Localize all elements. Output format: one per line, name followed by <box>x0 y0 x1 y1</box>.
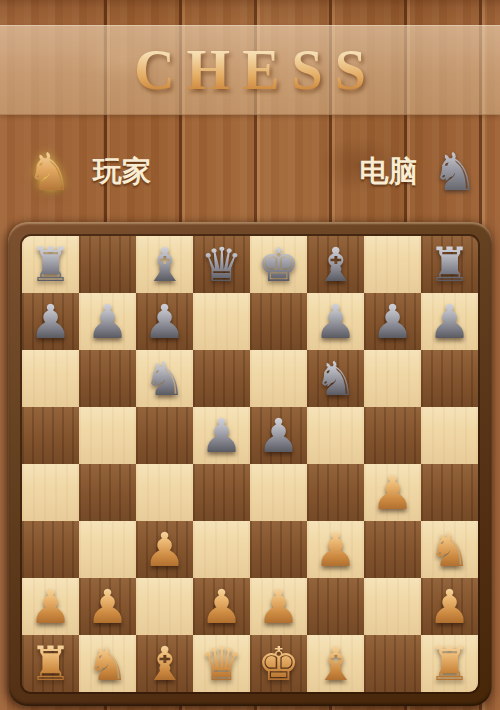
player-black-name: 电脑 <box>359 152 417 192</box>
square-g7[interactable]: ♟ <box>364 293 421 350</box>
square-e3[interactable] <box>250 521 307 578</box>
silver-knight-icon: ♞ <box>431 138 478 206</box>
square-d6[interactable] <box>193 350 250 407</box>
piece-white-pawn[interactable]: ♟ <box>143 521 185 578</box>
piece-white-king[interactable]: ♚ <box>257 635 299 692</box>
square-c4[interactable] <box>136 464 193 521</box>
piece-black-pawn[interactable]: ♟ <box>428 293 470 350</box>
piece-white-pawn[interactable]: ♟ <box>371 464 413 521</box>
square-e1[interactable]: ♚ <box>250 635 307 692</box>
square-h4[interactable] <box>421 464 478 521</box>
piece-black-knight[interactable]: ♞ <box>143 350 185 407</box>
gold-knight-icon: ♞ <box>26 138 73 206</box>
square-f5[interactable] <box>307 407 364 464</box>
square-h2[interactable]: ♟ <box>421 578 478 635</box>
square-g8[interactable] <box>364 236 421 293</box>
piece-black-rook[interactable]: ♜ <box>29 236 71 293</box>
square-a3[interactable] <box>22 521 79 578</box>
square-e7[interactable] <box>250 293 307 350</box>
piece-white-pawn[interactable]: ♟ <box>86 578 128 635</box>
square-b3[interactable] <box>79 521 136 578</box>
square-h5[interactable] <box>421 407 478 464</box>
square-g6[interactable] <box>364 350 421 407</box>
square-c1[interactable]: ♝ <box>136 635 193 692</box>
square-e2[interactable]: ♟ <box>250 578 307 635</box>
piece-black-pawn[interactable]: ♟ <box>86 293 128 350</box>
piece-black-pawn[interactable]: ♟ <box>314 293 356 350</box>
square-c6[interactable]: ♞ <box>136 350 193 407</box>
app-title: CHESS <box>122 38 378 102</box>
piece-black-king[interactable]: ♚ <box>257 236 299 293</box>
square-g5[interactable] <box>364 407 421 464</box>
square-f6[interactable]: ♞ <box>307 350 364 407</box>
square-b1[interactable]: ♞ <box>79 635 136 692</box>
players-bar: ♞ 玩家 电脑 ♞ <box>0 138 500 206</box>
square-g1[interactable] <box>364 635 421 692</box>
square-f7[interactable]: ♟ <box>307 293 364 350</box>
piece-black-bishop[interactable]: ♝ <box>143 236 185 293</box>
square-g3[interactable] <box>364 521 421 578</box>
piece-white-pawn[interactable]: ♟ <box>428 578 470 635</box>
square-a2[interactable]: ♟ <box>22 578 79 635</box>
piece-white-knight[interactable]: ♞ <box>428 521 470 578</box>
square-d8[interactable]: ♛ <box>193 236 250 293</box>
square-h7[interactable]: ♟ <box>421 293 478 350</box>
square-h1[interactable]: ♜ <box>421 635 478 692</box>
square-a4[interactable] <box>22 464 79 521</box>
piece-black-pawn[interactable]: ♟ <box>200 407 242 464</box>
piece-white-bishop[interactable]: ♝ <box>143 635 185 692</box>
square-g2[interactable] <box>364 578 421 635</box>
piece-black-pawn[interactable]: ♟ <box>257 407 299 464</box>
square-b4[interactable] <box>79 464 136 521</box>
square-f1[interactable]: ♝ <box>307 635 364 692</box>
piece-white-queen[interactable]: ♛ <box>200 635 242 692</box>
square-h6[interactable] <box>421 350 478 407</box>
square-c2[interactable] <box>136 578 193 635</box>
square-a6[interactable] <box>22 350 79 407</box>
piece-white-bishop[interactable]: ♝ <box>314 635 356 692</box>
square-e8[interactable]: ♚ <box>250 236 307 293</box>
square-a1[interactable]: ♜ <box>22 635 79 692</box>
piece-white-pawn[interactable]: ♟ <box>257 578 299 635</box>
piece-black-pawn[interactable]: ♟ <box>143 293 185 350</box>
square-c7[interactable]: ♟ <box>136 293 193 350</box>
piece-white-pawn[interactable]: ♟ <box>29 578 71 635</box>
square-e4[interactable] <box>250 464 307 521</box>
board-frame: ♜♝♛♚♝♜♟♟♟♟♟♟♞♞♟♟♟♟♟♞♟♟♟♟♟♜♞♝♛♚♝♜ <box>8 222 492 706</box>
player-black: 电脑 ♞ <box>359 138 478 206</box>
square-c5[interactable] <box>136 407 193 464</box>
square-d3[interactable] <box>193 521 250 578</box>
square-d1[interactable]: ♛ <box>193 635 250 692</box>
square-a7[interactable]: ♟ <box>22 293 79 350</box>
square-b7[interactable]: ♟ <box>79 293 136 350</box>
title-banner: CHESS <box>0 25 500 115</box>
piece-black-pawn[interactable]: ♟ <box>29 293 71 350</box>
chess-board: ♜♝♛♚♝♜♟♟♟♟♟♟♞♞♟♟♟♟♟♞♟♟♟♟♟♜♞♝♛♚♝♜ <box>22 236 478 692</box>
piece-white-pawn[interactable]: ♟ <box>200 578 242 635</box>
square-a8[interactable]: ♜ <box>22 236 79 293</box>
square-d2[interactable]: ♟ <box>193 578 250 635</box>
square-f3[interactable]: ♟ <box>307 521 364 578</box>
square-b2[interactable]: ♟ <box>79 578 136 635</box>
square-h8[interactable]: ♜ <box>421 236 478 293</box>
square-d7[interactable] <box>193 293 250 350</box>
square-c3[interactable]: ♟ <box>136 521 193 578</box>
square-f2[interactable] <box>307 578 364 635</box>
piece-white-rook[interactable]: ♜ <box>428 635 470 692</box>
square-f8[interactable]: ♝ <box>307 236 364 293</box>
piece-white-pawn[interactable]: ♟ <box>314 521 356 578</box>
square-b8[interactable] <box>79 236 136 293</box>
square-e5[interactable]: ♟ <box>250 407 307 464</box>
piece-black-bishop[interactable]: ♝ <box>314 236 356 293</box>
square-b5[interactable] <box>79 407 136 464</box>
player-white: ♞ 玩家 <box>26 138 151 206</box>
piece-black-rook[interactable]: ♜ <box>428 236 470 293</box>
square-b6[interactable] <box>79 350 136 407</box>
square-h3[interactable]: ♞ <box>421 521 478 578</box>
square-a5[interactable] <box>22 407 79 464</box>
square-c8[interactable]: ♝ <box>136 236 193 293</box>
piece-white-knight[interactable]: ♞ <box>86 635 128 692</box>
square-f4[interactable] <box>307 464 364 521</box>
piece-white-rook[interactable]: ♜ <box>29 635 71 692</box>
square-d5[interactable]: ♟ <box>193 407 250 464</box>
square-d4[interactable] <box>193 464 250 521</box>
piece-black-knight[interactable]: ♞ <box>314 350 356 407</box>
square-e6[interactable] <box>250 350 307 407</box>
square-g4[interactable]: ♟ <box>364 464 421 521</box>
piece-black-pawn[interactable]: ♟ <box>371 293 413 350</box>
player-white-name: 玩家 <box>93 152 151 192</box>
piece-black-queen[interactable]: ♛ <box>200 236 242 293</box>
